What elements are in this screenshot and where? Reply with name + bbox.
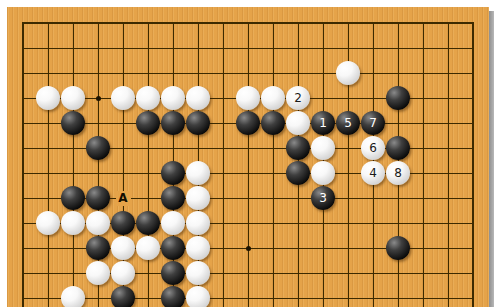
board-point-8-8 (186, 186, 211, 211)
move-number: 3 (319, 192, 327, 204)
board-point-5-11 (111, 261, 136, 286)
board-point-7-5 (161, 111, 186, 136)
black-stone-16-6[interactable] (386, 136, 410, 160)
board-point-13-5: 1 (311, 111, 336, 136)
board-point-7-11 (161, 261, 186, 286)
black-stone-7-7[interactable] (161, 161, 185, 185)
point-label-A: A (116, 191, 131, 206)
white-stone-8-10[interactable] (186, 236, 210, 260)
black-stone-3-5[interactable] (61, 111, 85, 135)
white-stone-12-5[interactable] (286, 111, 310, 135)
board-point-6-5 (136, 111, 161, 136)
board-point-6-10 (136, 236, 161, 261)
white-stone-2-9[interactable] (36, 211, 60, 235)
white-stone-3-9[interactable] (61, 211, 85, 235)
go-diagram-window: 21576483A (0, 0, 500, 307)
board-point-15-5: 7 (361, 111, 386, 136)
board-point-14-5: 5 (336, 111, 361, 136)
white-stone-4-11[interactable] (86, 261, 110, 285)
white-stone-8-8[interactable] (186, 186, 210, 210)
black-stone-15-5[interactable]: 7 (361, 111, 385, 135)
black-stone-4-10[interactable] (86, 236, 110, 260)
board-point-7-12 (161, 286, 186, 307)
board-point-13-6 (311, 136, 336, 161)
board-point-7-7 (161, 161, 186, 186)
board-point-3-12 (61, 286, 86, 307)
board-point-3-5 (61, 111, 86, 136)
board-point-4-11 (86, 261, 111, 286)
move-number: 4 (369, 167, 377, 179)
board-point-13-8: 3 (311, 186, 336, 211)
black-stone-5-9[interactable] (111, 211, 135, 235)
black-stone-7-8[interactable] (161, 186, 185, 210)
black-stone-13-8[interactable]: 3 (311, 186, 335, 210)
annotation-cell[interactable]: A (111, 186, 136, 211)
white-stone-7-9[interactable] (161, 211, 185, 235)
move-number: 8 (394, 167, 402, 179)
white-stone-6-4[interactable] (136, 86, 160, 110)
board-point-5-10 (111, 236, 136, 261)
board-point-16-7: 8 (386, 161, 411, 186)
white-stone-5-4[interactable] (111, 86, 135, 110)
board-point-3-9 (61, 211, 86, 236)
board-point-6-4 (136, 86, 161, 111)
black-stone-10-5[interactable] (236, 111, 260, 135)
board-point-8-5 (186, 111, 211, 136)
white-stone-3-12[interactable] (61, 286, 85, 307)
black-stone-12-6[interactable] (286, 136, 310, 160)
white-stone-2-4[interactable] (36, 86, 60, 110)
white-stone-13-7[interactable] (311, 161, 335, 185)
board-point-12-4: 2 (286, 86, 311, 111)
board-shadow (489, 11, 494, 307)
board-point-16-10 (386, 236, 411, 261)
black-stone-7-11[interactable] (161, 261, 185, 285)
board-point-5-9 (111, 211, 136, 236)
white-stone-11-4[interactable] (261, 86, 285, 110)
white-stone-14-3[interactable] (336, 61, 360, 85)
board-point-8-9 (186, 211, 211, 236)
black-stone-11-5[interactable] (261, 111, 285, 135)
board-point-7-8 (161, 186, 186, 211)
white-stone-10-4[interactable] (236, 86, 260, 110)
board-point-13-7 (311, 161, 336, 186)
board-point-8-11 (186, 261, 211, 286)
white-stone-7-4[interactable] (161, 86, 185, 110)
board-point-11-5 (261, 111, 286, 136)
black-stone-5-12[interactable] (111, 286, 135, 307)
board-point-12-6 (286, 136, 311, 161)
black-stone-13-5[interactable]: 1 (311, 111, 335, 135)
go-board[interactable]: 21576483A (7, 7, 489, 307)
board-point-15-7: 4 (361, 161, 386, 186)
move-number: 6 (369, 142, 377, 154)
board-intersections: 21576483A (11, 11, 486, 307)
black-stone-14-5[interactable]: 5 (336, 111, 360, 135)
white-stone-5-10[interactable] (111, 236, 135, 260)
black-stone-4-8[interactable] (86, 186, 110, 210)
board-point-6-9 (136, 211, 161, 236)
board-point-5-12 (111, 286, 136, 307)
black-stone-3-8[interactable] (61, 186, 85, 210)
board-point-8-10 (186, 236, 211, 261)
move-number: 5 (344, 117, 352, 129)
white-stone-15-7[interactable]: 4 (361, 161, 385, 185)
white-stone-15-6[interactable]: 6 (361, 136, 385, 160)
board-point-4-10 (86, 236, 111, 261)
board-point-3-4 (61, 86, 86, 111)
black-stone-8-5[interactable] (186, 111, 210, 135)
board-point-2-4 (36, 86, 61, 111)
board-point-3-8 (61, 186, 86, 211)
board-point-5-4 (111, 86, 136, 111)
black-stone-16-4[interactable] (386, 86, 410, 110)
board-point-12-5 (286, 111, 311, 136)
white-stone-8-4[interactable] (186, 86, 210, 110)
white-stone-8-7[interactable] (186, 161, 210, 185)
board-point-8-7 (186, 161, 211, 186)
white-stone-12-4[interactable]: 2 (286, 86, 310, 110)
board-point-4-9 (86, 211, 111, 236)
move-number: 7 (369, 117, 377, 129)
board-point-8-4 (186, 86, 211, 111)
board-point-16-4 (386, 86, 411, 111)
white-stone-8-12[interactable] (186, 286, 210, 307)
board-point-12-7 (286, 161, 311, 186)
board-point-4-6 (86, 136, 111, 161)
board-point-8-12 (186, 286, 211, 307)
board-point-2-9 (36, 211, 61, 236)
black-stone-7-10[interactable] (161, 236, 185, 260)
black-stone-7-5[interactable] (161, 111, 185, 135)
move-number: 2 (294, 92, 302, 104)
white-stone-8-11[interactable] (186, 261, 210, 285)
white-stone-5-11[interactable] (111, 261, 135, 285)
board-point-16-6 (386, 136, 411, 161)
black-stone-4-6[interactable] (86, 136, 110, 160)
white-stone-8-9[interactable] (186, 211, 210, 235)
white-stone-4-9[interactable] (86, 211, 110, 235)
board-point-11-4 (261, 86, 286, 111)
board-point-4-8 (86, 186, 111, 211)
white-stone-16-7[interactable]: 8 (386, 161, 410, 185)
board-point-10-4 (236, 86, 261, 111)
black-stone-6-9[interactable] (136, 211, 160, 235)
white-stone-6-10[interactable] (136, 236, 160, 260)
board-point-7-9 (161, 211, 186, 236)
black-stone-7-12[interactable] (161, 286, 185, 307)
board-point-15-6: 6 (361, 136, 386, 161)
board-point-10-5 (236, 111, 261, 136)
black-stone-12-7[interactable] (286, 161, 310, 185)
board-point-7-4 (161, 86, 186, 111)
board-point-7-10 (161, 236, 186, 261)
black-stone-6-5[interactable] (136, 111, 160, 135)
black-stone-16-10[interactable] (386, 236, 410, 260)
move-number: 1 (319, 117, 327, 129)
white-stone-3-4[interactable] (61, 86, 85, 110)
white-stone-13-6[interactable] (311, 136, 335, 160)
board-point-14-3 (336, 61, 361, 86)
